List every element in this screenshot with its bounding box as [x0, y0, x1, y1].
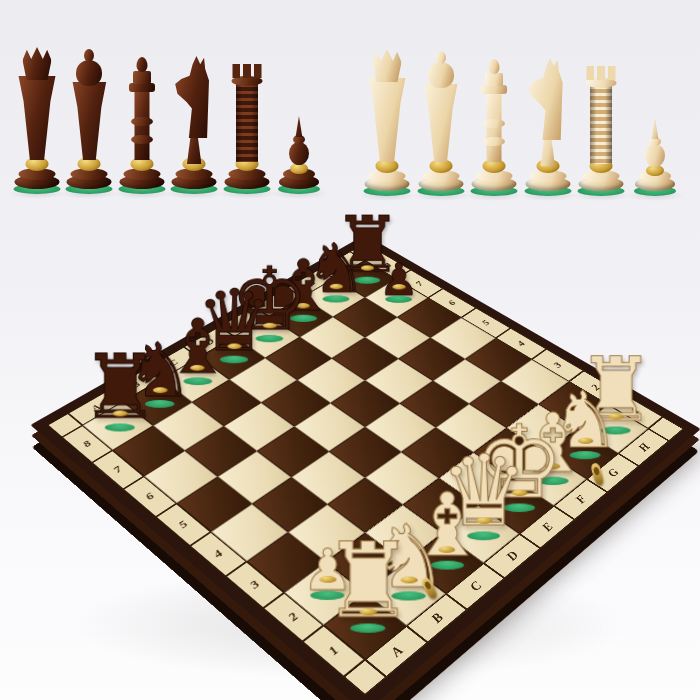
piece-figure: ♟ [379, 259, 419, 303]
brass-ring [113, 410, 128, 416]
chess-piece-glyph: ♟ [379, 259, 419, 300]
green-felt-base [386, 296, 413, 303]
chessboard-scene: ABCDEFGH8♜♞♝♛♚♝♞♜87♟7665544332♟21♜♞♝♛♚♝♞… [0, 0, 700, 700]
brass-ring [359, 608, 377, 615]
green-felt-base [105, 423, 135, 431]
square-e7[interactable] [265, 337, 332, 380]
piece-figure: ♜ [322, 534, 414, 632]
piece-figure: ♜ [81, 347, 160, 431]
brass-ring [392, 284, 405, 289]
product-photo-stage: ABCDEFGH8♜♞♝♛♚♝♞♜87♟7665544332♟21♜♞♝♛♚♝♞… [0, 0, 700, 700]
green-felt-base [351, 623, 386, 632]
